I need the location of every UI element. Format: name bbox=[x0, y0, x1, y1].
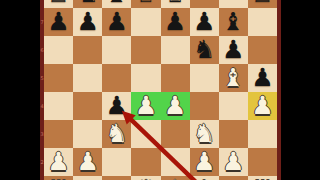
white-king[interactable]: ♚ bbox=[161, 176, 190, 180]
square-d3[interactable] bbox=[131, 120, 160, 148]
square-b1[interactable] bbox=[73, 176, 102, 180]
square-b3[interactable] bbox=[73, 120, 102, 148]
square-e3[interactable] bbox=[161, 120, 190, 148]
square-d4[interactable]: ♟ bbox=[131, 92, 160, 120]
black-pawn[interactable]: ♟ bbox=[190, 8, 219, 36]
square-a7[interactable]: ♟ bbox=[44, 8, 73, 36]
square-c7[interactable]: ♟ bbox=[102, 8, 131, 36]
white-knight[interactable]: ♞ bbox=[102, 120, 131, 148]
white-pawn[interactable]: ♟ bbox=[190, 148, 219, 176]
square-e2[interactable] bbox=[161, 148, 190, 176]
square-c6[interactable] bbox=[102, 36, 131, 64]
square-g1[interactable] bbox=[219, 176, 248, 180]
rank-label-7: 7 bbox=[40, 19, 44, 25]
square-a6[interactable] bbox=[44, 36, 73, 64]
white-pawn[interactable]: ♟ bbox=[161, 92, 190, 120]
white-pawn[interactable]: ♟ bbox=[131, 92, 160, 120]
square-c1[interactable] bbox=[102, 176, 131, 180]
square-c4[interactable]: ♟ bbox=[102, 92, 131, 120]
square-d8[interactable]: ♛ bbox=[131, 0, 160, 8]
square-d6[interactable] bbox=[131, 36, 160, 64]
white-queen[interactable]: ♛ bbox=[131, 176, 160, 180]
video-frame: ♜♞♝♛♚♜♟♟♟♟♟♝♞♟♝♟♟♟♟♟♞♞♟♟♟♟♜♛♚♝♜ 87654321 bbox=[0, 0, 320, 180]
square-d2[interactable] bbox=[131, 148, 160, 176]
square-h5[interactable]: ♟ bbox=[248, 64, 277, 92]
square-e1[interactable]: ♚ bbox=[161, 176, 190, 180]
white-bishop[interactable]: ♝ bbox=[190, 176, 219, 180]
square-h4[interactable]: ♟ bbox=[248, 92, 277, 120]
square-a3[interactable] bbox=[44, 120, 73, 148]
square-a5[interactable] bbox=[44, 64, 73, 92]
square-f5[interactable] bbox=[190, 64, 219, 92]
black-knight[interactable]: ♞ bbox=[190, 36, 219, 64]
square-a2[interactable]: ♟ bbox=[44, 148, 73, 176]
black-pawn[interactable]: ♟ bbox=[248, 64, 277, 92]
rank-label-6: 6 bbox=[40, 47, 44, 53]
square-h3[interactable] bbox=[248, 120, 277, 148]
square-g6[interactable]: ♟ bbox=[219, 36, 248, 64]
square-b5[interactable] bbox=[73, 64, 102, 92]
square-g4[interactable] bbox=[219, 92, 248, 120]
square-d1[interactable]: ♛ bbox=[131, 176, 160, 180]
rank-label-4: 4 bbox=[40, 103, 44, 109]
white-rook[interactable]: ♜ bbox=[44, 176, 73, 180]
square-f7[interactable]: ♟ bbox=[190, 8, 219, 36]
chess-board-area: ♜♞♝♛♚♜♟♟♟♟♟♝♞♟♝♟♟♟♟♟♞♞♟♟♟♟♜♛♚♝♜ 87654321 bbox=[40, 0, 281, 180]
square-f6[interactable]: ♞ bbox=[190, 36, 219, 64]
black-pawn[interactable]: ♟ bbox=[219, 36, 248, 64]
square-e4[interactable]: ♟ bbox=[161, 92, 190, 120]
square-g7[interactable]: ♝ bbox=[219, 8, 248, 36]
white-pawn[interactable]: ♟ bbox=[248, 92, 277, 120]
square-b4[interactable] bbox=[73, 92, 102, 120]
rank-label-2: 2 bbox=[40, 159, 44, 165]
square-e7[interactable]: ♟ bbox=[161, 8, 190, 36]
square-b6[interactable] bbox=[73, 36, 102, 64]
black-queen[interactable]: ♛ bbox=[131, 0, 160, 8]
square-g2[interactable]: ♟ bbox=[219, 148, 248, 176]
square-b7[interactable]: ♟ bbox=[73, 8, 102, 36]
square-a1[interactable]: ♜ bbox=[44, 176, 73, 180]
white-rook[interactable]: ♜ bbox=[248, 176, 277, 180]
white-pawn[interactable]: ♟ bbox=[44, 148, 73, 176]
black-pawn[interactable]: ♟ bbox=[161, 8, 190, 36]
white-knight[interactable]: ♞ bbox=[190, 120, 219, 148]
white-pawn[interactable]: ♟ bbox=[73, 148, 102, 176]
white-bishop[interactable]: ♝ bbox=[219, 64, 248, 92]
square-h8[interactable]: ♜ bbox=[248, 0, 277, 8]
square-b2[interactable]: ♟ bbox=[73, 148, 102, 176]
square-h1[interactable]: ♜ bbox=[248, 176, 277, 180]
rank-label-3: 3 bbox=[40, 131, 44, 137]
square-f1[interactable]: ♝ bbox=[190, 176, 219, 180]
square-f4[interactable] bbox=[190, 92, 219, 120]
square-c2[interactable] bbox=[102, 148, 131, 176]
square-h2[interactable] bbox=[248, 148, 277, 176]
square-f2[interactable]: ♟ bbox=[190, 148, 219, 176]
square-f3[interactable]: ♞ bbox=[190, 120, 219, 148]
black-bishop[interactable]: ♝ bbox=[219, 8, 248, 36]
square-d7[interactable] bbox=[131, 8, 160, 36]
square-e6[interactable] bbox=[161, 36, 190, 64]
square-c3[interactable]: ♞ bbox=[102, 120, 131, 148]
black-pawn[interactable]: ♟ bbox=[73, 8, 102, 36]
square-g3[interactable] bbox=[219, 120, 248, 148]
square-h6[interactable] bbox=[248, 36, 277, 64]
chess-board: ♜♞♝♛♚♜♟♟♟♟♟♝♞♟♝♟♟♟♟♟♞♞♟♟♟♟♜♛♚♝♜ bbox=[44, 0, 277, 180]
square-g5[interactable]: ♝ bbox=[219, 64, 248, 92]
square-e5[interactable] bbox=[161, 64, 190, 92]
square-h7[interactable] bbox=[248, 8, 277, 36]
black-rook[interactable]: ♜ bbox=[248, 0, 277, 8]
square-d5[interactable] bbox=[131, 64, 160, 92]
black-pawn[interactable]: ♟ bbox=[102, 92, 131, 120]
black-pawn[interactable]: ♟ bbox=[102, 8, 131, 36]
white-pawn[interactable]: ♟ bbox=[219, 148, 248, 176]
rank-label-5: 5 bbox=[40, 75, 44, 81]
square-c5[interactable] bbox=[102, 64, 131, 92]
black-pawn[interactable]: ♟ bbox=[44, 8, 73, 36]
square-a4[interactable] bbox=[44, 92, 73, 120]
